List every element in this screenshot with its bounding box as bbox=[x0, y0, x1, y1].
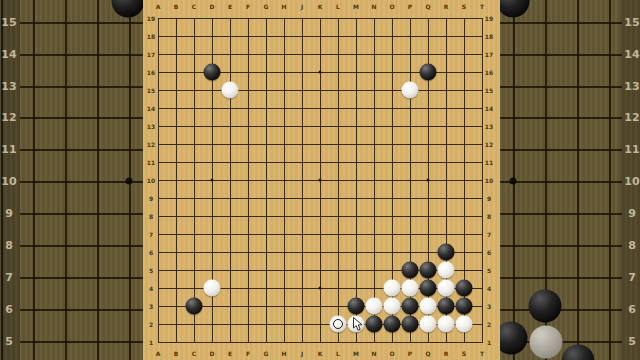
bg-row-label-left: 6 bbox=[5, 303, 13, 316]
row-label-left: 18 bbox=[147, 33, 155, 40]
column-label-top: O bbox=[389, 3, 394, 10]
black-stone-glyph: ● bbox=[438, 298, 455, 315]
bg-grid-line-horizontal bbox=[500, 277, 622, 279]
grid-line-horizontal bbox=[158, 198, 483, 199]
column-label-bottom: T bbox=[480, 350, 484, 357]
row-label-left: 6 bbox=[149, 249, 153, 256]
column-label-top: L bbox=[336, 3, 340, 10]
bg-black-stone bbox=[112, 0, 145, 18]
row-label-right: 11 bbox=[485, 159, 493, 166]
white-stone-glyph: ○ bbox=[438, 280, 455, 297]
column-label-bottom: Q bbox=[425, 350, 430, 357]
bg-grid-line-horizontal bbox=[500, 245, 622, 247]
black-stone-glyph: ● bbox=[456, 280, 473, 297]
black-stone-glyph: ● bbox=[204, 64, 221, 81]
bg-black-stone bbox=[529, 290, 562, 323]
black-stone-glyph: ● bbox=[402, 262, 419, 279]
bg-row-label-left: 11 bbox=[1, 143, 16, 156]
white-stone-N3: ○ bbox=[366, 298, 383, 315]
black-stone-glyph: ● bbox=[420, 280, 437, 297]
row-label-right: 3 bbox=[487, 303, 491, 310]
background-board-left: 15141312111098765 bbox=[0, 0, 143, 360]
bg-grid-line-horizontal bbox=[20, 86, 143, 88]
column-label-bottom: H bbox=[281, 350, 286, 357]
row-label-left: 3 bbox=[149, 303, 153, 310]
column-label-bottom: P bbox=[408, 350, 412, 357]
row-label-right: 18 bbox=[485, 33, 493, 40]
column-label-bottom: E bbox=[228, 350, 232, 357]
white-stone-glyph: ○ bbox=[456, 316, 473, 333]
bg-star-point bbox=[510, 178, 517, 185]
grid-line-vertical bbox=[356, 18, 357, 343]
bg-row-label-right: 5 bbox=[628, 335, 636, 348]
white-stone-glyph: ○ bbox=[402, 280, 419, 297]
black-stone-Q16: ● bbox=[420, 64, 437, 81]
black-stone-M3: ● bbox=[348, 298, 365, 315]
column-label-top: D bbox=[210, 3, 215, 10]
white-stone-D4: ○ bbox=[204, 280, 221, 297]
bg-row-label-right: 14 bbox=[624, 48, 639, 61]
black-stone-glyph: ● bbox=[402, 298, 419, 315]
black-stone-glyph: ● bbox=[438, 244, 455, 261]
bg-star-point bbox=[126, 178, 133, 185]
bg-row-label-right: 12 bbox=[624, 111, 639, 124]
white-stone-glyph: ○ bbox=[384, 298, 401, 315]
column-label-top: P bbox=[408, 3, 412, 10]
bg-row-label-left: 13 bbox=[1, 80, 16, 93]
row-label-right: 4 bbox=[487, 285, 491, 292]
bg-black-stone bbox=[562, 345, 595, 360]
column-label-bottom: D bbox=[210, 350, 215, 357]
bg-grid-line-horizontal bbox=[20, 149, 143, 151]
column-label-top: T bbox=[480, 3, 484, 10]
black-stone-S4: ● bbox=[456, 280, 473, 297]
bg-grid-line-horizontal bbox=[20, 309, 143, 311]
column-label-bottom: G bbox=[264, 350, 269, 357]
row-label-right: 9 bbox=[487, 195, 491, 202]
row-label-right: 17 bbox=[485, 51, 493, 58]
bg-grid-line-horizontal bbox=[20, 341, 143, 343]
column-label-bottom: R bbox=[444, 350, 449, 357]
grid-line-horizontal bbox=[158, 234, 483, 235]
bg-grid-line-horizontal bbox=[20, 245, 143, 247]
bg-row-label-left: 12 bbox=[1, 111, 16, 124]
bg-row-label-right: 8 bbox=[628, 239, 636, 252]
black-stone-R3: ● bbox=[438, 298, 455, 315]
bg-row-label-left: 14 bbox=[1, 48, 16, 61]
bg-row-label-right: 13 bbox=[624, 80, 639, 93]
row-label-left: 2 bbox=[149, 321, 153, 328]
column-label-bottom: O bbox=[389, 350, 394, 357]
row-label-left: 14 bbox=[147, 105, 155, 112]
bg-grid-line-horizontal bbox=[500, 86, 622, 88]
row-label-left: 1 bbox=[149, 339, 153, 346]
bg-row-label-left: 7 bbox=[5, 271, 13, 284]
white-stone-glyph: ○ bbox=[204, 280, 221, 297]
black-stone-P5: ● bbox=[402, 262, 419, 279]
row-label-right: 12 bbox=[485, 141, 493, 148]
black-stone-O2: ● bbox=[384, 316, 401, 333]
bg-white-stone bbox=[530, 326, 563, 359]
bg-row-label-right: 15 bbox=[624, 16, 639, 29]
column-label-top: H bbox=[281, 3, 286, 10]
row-label-left: 9 bbox=[149, 195, 153, 202]
column-label-top: K bbox=[318, 3, 323, 10]
bg-row-label-left: 8 bbox=[5, 239, 13, 252]
column-label-bottom: N bbox=[371, 350, 376, 357]
black-stone-P3: ● bbox=[402, 298, 419, 315]
column-label-top: J bbox=[301, 3, 303, 10]
bg-grid-line-horizontal bbox=[500, 117, 622, 119]
white-stone-R5: ○ bbox=[438, 262, 455, 279]
black-stone-glyph: ● bbox=[420, 262, 437, 279]
white-stone-glyph: ○ bbox=[438, 262, 455, 279]
bg-row-label-right: 11 bbox=[624, 143, 639, 156]
white-stone-glyph: ○ bbox=[420, 316, 437, 333]
bg-grid-line-horizontal bbox=[20, 213, 143, 215]
bg-grid-line-horizontal bbox=[500, 149, 622, 151]
bg-black-stone bbox=[497, 0, 530, 18]
white-stone-glyph: ○ bbox=[366, 298, 383, 315]
column-label-bottom: A bbox=[156, 350, 161, 357]
row-label-left: 7 bbox=[149, 231, 153, 238]
black-stone-Q5: ● bbox=[420, 262, 437, 279]
column-label-bottom: B bbox=[174, 350, 179, 357]
bg-grid-line-horizontal bbox=[20, 277, 143, 279]
column-label-top: C bbox=[192, 3, 196, 10]
grid-line-horizontal bbox=[158, 252, 483, 253]
star-point bbox=[319, 179, 322, 182]
column-label-top: S bbox=[462, 3, 466, 10]
white-stone-E15: ○ bbox=[222, 82, 239, 99]
bg-grid-line-horizontal bbox=[20, 22, 143, 24]
grid-line-horizontal bbox=[158, 216, 483, 217]
bg-row-label-left: 5 bbox=[5, 335, 13, 348]
black-stone-C3: ● bbox=[186, 298, 203, 315]
column-label-bottom: M bbox=[353, 350, 359, 357]
row-label-right: 15 bbox=[485, 87, 493, 94]
row-label-left: 15 bbox=[147, 87, 155, 94]
star-point bbox=[319, 71, 322, 74]
bg-row-label-right: 7 bbox=[628, 271, 636, 284]
bg-row-label-left: 9 bbox=[5, 207, 13, 220]
bg-grid-line-horizontal bbox=[500, 54, 622, 56]
white-stone-P15: ○ bbox=[402, 82, 419, 99]
bg-row-label-right: 6 bbox=[628, 303, 636, 316]
row-label-right: 13 bbox=[485, 123, 493, 130]
row-label-left: 5 bbox=[149, 267, 153, 274]
row-label-left: 13 bbox=[147, 123, 155, 130]
column-label-top: E bbox=[228, 3, 232, 10]
black-stone-R6: ● bbox=[438, 244, 455, 261]
column-label-bottom: L bbox=[336, 350, 340, 357]
row-label-left: 11 bbox=[147, 159, 155, 166]
bg-grid-line-horizontal bbox=[20, 54, 143, 56]
grid-line-vertical bbox=[338, 18, 339, 343]
row-label-right: 1 bbox=[487, 339, 491, 346]
column-label-bottom: S bbox=[462, 350, 466, 357]
black-stone-glyph: ● bbox=[366, 316, 383, 333]
bg-row-label-left: 10 bbox=[1, 175, 16, 188]
grid-line-vertical bbox=[374, 18, 375, 343]
star-point bbox=[211, 179, 214, 182]
bg-row-label-right: 9 bbox=[628, 207, 636, 220]
white-stone-P4: ○ bbox=[402, 280, 419, 297]
row-label-left: 16 bbox=[147, 69, 155, 76]
row-label-right: 19 bbox=[485, 15, 493, 22]
column-label-top: F bbox=[246, 3, 250, 10]
black-stone-N2: ● bbox=[366, 316, 383, 333]
mouse-cursor-icon bbox=[353, 317, 364, 332]
black-stone-glyph: ● bbox=[384, 316, 401, 333]
white-stone-O3: ○ bbox=[384, 298, 401, 315]
row-label-right: 7 bbox=[487, 231, 491, 238]
black-stone-Q4: ● bbox=[420, 280, 437, 297]
row-label-left: 19 bbox=[147, 15, 155, 22]
white-stone-glyph: ○ bbox=[420, 298, 437, 315]
row-label-left: 4 bbox=[149, 285, 153, 292]
black-stone-glyph: ● bbox=[456, 298, 473, 315]
column-label-top: N bbox=[371, 3, 376, 10]
star-point bbox=[319, 287, 322, 290]
black-stone-D16: ● bbox=[204, 64, 221, 81]
column-label-bottom: J bbox=[301, 350, 303, 357]
row-label-right: 10 bbox=[485, 177, 493, 184]
row-label-left: 8 bbox=[149, 213, 153, 220]
white-stone-glyph: ○ bbox=[384, 280, 401, 297]
white-stone-S2: ○ bbox=[456, 316, 473, 333]
bg-grid-line-horizontal bbox=[500, 181, 622, 183]
column-label-top: M bbox=[353, 3, 359, 10]
row-label-left: 12 bbox=[147, 141, 155, 148]
column-label-top: G bbox=[264, 3, 269, 10]
row-label-right: 2 bbox=[487, 321, 491, 328]
column-label-top: Q bbox=[425, 3, 430, 10]
black-stone-P2: ● bbox=[402, 316, 419, 333]
bg-grid-line-horizontal bbox=[500, 22, 622, 24]
row-label-left: 17 bbox=[147, 51, 155, 58]
white-stone-Q3: ○ bbox=[420, 298, 437, 315]
white-stone-O4: ○ bbox=[384, 280, 401, 297]
grid-line-horizontal bbox=[158, 342, 483, 343]
row-label-right: 6 bbox=[487, 249, 491, 256]
white-stone-glyph: ○ bbox=[402, 82, 419, 99]
column-label-top: B bbox=[174, 3, 179, 10]
white-stone-glyph: ○ bbox=[438, 316, 455, 333]
row-label-left: 10 bbox=[147, 177, 155, 184]
background-board-right: 15141312111098765 bbox=[500, 0, 640, 360]
row-label-right: 14 bbox=[485, 105, 493, 112]
column-label-bottom: C bbox=[192, 350, 196, 357]
column-label-top: R bbox=[444, 3, 449, 10]
bg-grid-line-horizontal bbox=[500, 213, 622, 215]
bg-row-label-left: 15 bbox=[1, 16, 16, 29]
black-stone-glyph: ● bbox=[348, 298, 365, 315]
white-stone-R4: ○ bbox=[438, 280, 455, 297]
black-stone-glyph: ● bbox=[186, 298, 203, 315]
go-app-screen: 15141312111098765 15141312111098765 AABB… bbox=[0, 0, 640, 360]
grid-line-vertical bbox=[482, 18, 483, 343]
column-label-bottom: F bbox=[246, 350, 250, 357]
row-label-right: 5 bbox=[487, 267, 491, 274]
white-stone-R2: ○ bbox=[438, 316, 455, 333]
black-stone-glyph: ● bbox=[402, 316, 419, 333]
column-label-top: A bbox=[156, 3, 161, 10]
bg-grid-line-horizontal bbox=[20, 117, 143, 119]
star-point bbox=[427, 179, 430, 182]
last-move-marker bbox=[333, 319, 343, 329]
black-stone-S3: ● bbox=[456, 298, 473, 315]
black-stone-glyph: ● bbox=[420, 64, 437, 81]
column-label-bottom: K bbox=[318, 350, 323, 357]
go-board[interactable]: AABBCCDDEEFFGGHHJJKKLLMMNNOOPPQQRRSSTT19… bbox=[143, 0, 500, 360]
row-label-right: 16 bbox=[485, 69, 493, 76]
white-stone-glyph: ○ bbox=[222, 82, 239, 99]
bg-row-label-right: 10 bbox=[624, 175, 639, 188]
white-stone-Q2: ○ bbox=[420, 316, 437, 333]
row-label-right: 8 bbox=[487, 213, 491, 220]
